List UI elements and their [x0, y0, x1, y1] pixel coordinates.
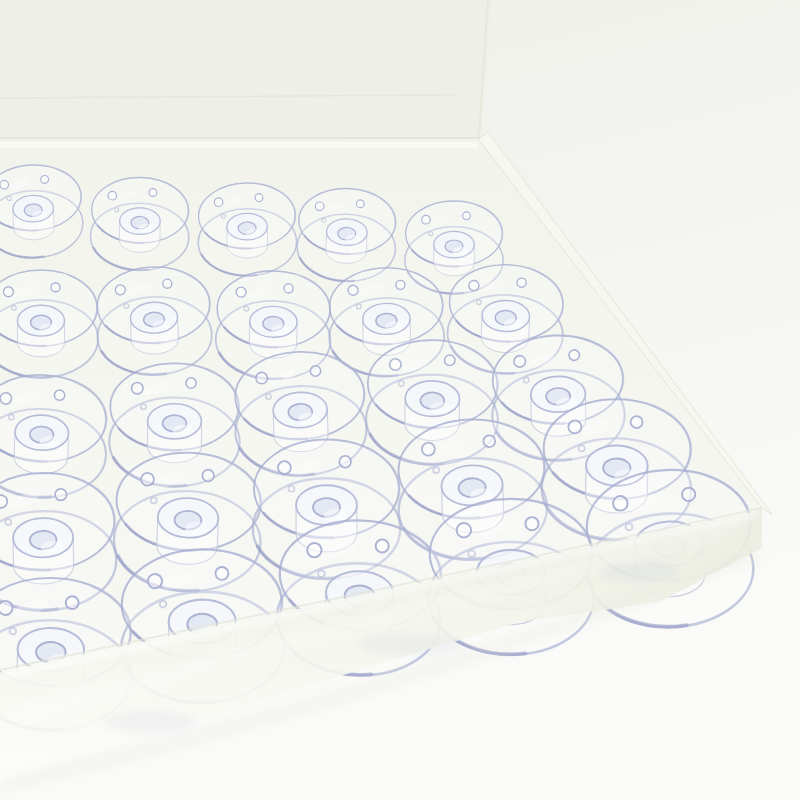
- bobbin: [90, 177, 190, 272]
- bobbin: [0, 163, 84, 259]
- bobbin-thread-hole: [202, 470, 214, 482]
- bobbin-thread-hole: [348, 285, 358, 295]
- bobbin-thread-hole: [215, 567, 228, 580]
- bobbin-thread-hole: [256, 372, 268, 384]
- bobbin-thread-hole: [0, 180, 9, 189]
- bobbin-thread-hole: [236, 287, 246, 297]
- bobbin: [197, 182, 297, 277]
- bobbin-thread-hole: [375, 539, 388, 552]
- bobbin-thread-hole: [0, 601, 13, 615]
- bobbin-glare: [172, 424, 193, 436]
- bobbin-thread-hole: [315, 202, 324, 211]
- bobbin-thread-hole: [278, 461, 291, 474]
- bobbin-thread-hole: [141, 473, 154, 486]
- bobbin-thread-hole: [463, 212, 471, 220]
- bobbin-thread-hole: [422, 442, 435, 455]
- bobbin-thread-hole: [51, 283, 60, 292]
- bobbin-thread-hole: [55, 489, 67, 501]
- bobbin-thread-hole: [444, 355, 455, 366]
- bobbin-thread-hole: [66, 596, 79, 609]
- bobbin-thread-hole: [356, 200, 364, 208]
- bobbin-thread-hole: [3, 287, 13, 297]
- product-photo-sewing-bobbin-case: [0, 0, 800, 800]
- bobbin-thread-hole: [148, 574, 162, 588]
- bobbin-thread-hole: [186, 378, 196, 388]
- bobbin-thread-hole: [0, 495, 7, 508]
- bobbin-thread-hole: [514, 355, 526, 367]
- photo-scene: [0, 0, 800, 800]
- bobbin-glare: [452, 247, 468, 256]
- bobbin-thread-hole: [422, 215, 431, 224]
- front-wall-tint-smudge: [358, 633, 462, 657]
- bobbin-thread-hole: [41, 175, 49, 183]
- case-lid: [0, 0, 492, 138]
- front-wall-tint-smudge: [600, 562, 680, 582]
- bobbin-thread-hole: [54, 390, 65, 401]
- bobbin-thread-hole: [469, 280, 479, 290]
- bobbin-thread-hole: [457, 523, 471, 537]
- bobbin-thread-hole: [525, 517, 538, 530]
- bobbin-thread-hole: [255, 194, 263, 202]
- bobbin-thread-hole: [390, 359, 402, 371]
- bobbin-thread-hole: [115, 285, 125, 295]
- bobbin-thread-hole: [310, 366, 321, 377]
- bobbin-thread-hole: [149, 189, 157, 197]
- front-wall-tint-smudge: [104, 711, 196, 733]
- bobbin-thread-hole: [132, 382, 143, 393]
- bobbin-thread-hole: [569, 350, 580, 361]
- bobbin-glare: [39, 323, 57, 334]
- bobbin-thread-hole: [483, 435, 495, 447]
- bobbin-thread-hole: [163, 279, 172, 288]
- bobbin-thread-hole: [108, 191, 117, 200]
- bobbin: [95, 265, 213, 377]
- case-lid-surface: [0, 0, 492, 138]
- bobbin-thread-hole: [284, 284, 293, 293]
- bobbin-thread-hole: [214, 198, 223, 207]
- bobbin-thread-hole: [307, 543, 322, 558]
- bobbin-thread-hole: [396, 280, 405, 289]
- bobbin-thread-hole: [339, 456, 351, 468]
- bobbin-thread-hole: [0, 393, 12, 405]
- bobbin-thread-hole: [631, 416, 643, 428]
- bobbin-thread-hole: [613, 496, 628, 511]
- bobbin-thread-hole: [568, 420, 581, 433]
- bobbin-thread-hole: [682, 488, 696, 502]
- bobbin: [0, 270, 98, 378]
- bobbin-thread-hole: [517, 278, 526, 287]
